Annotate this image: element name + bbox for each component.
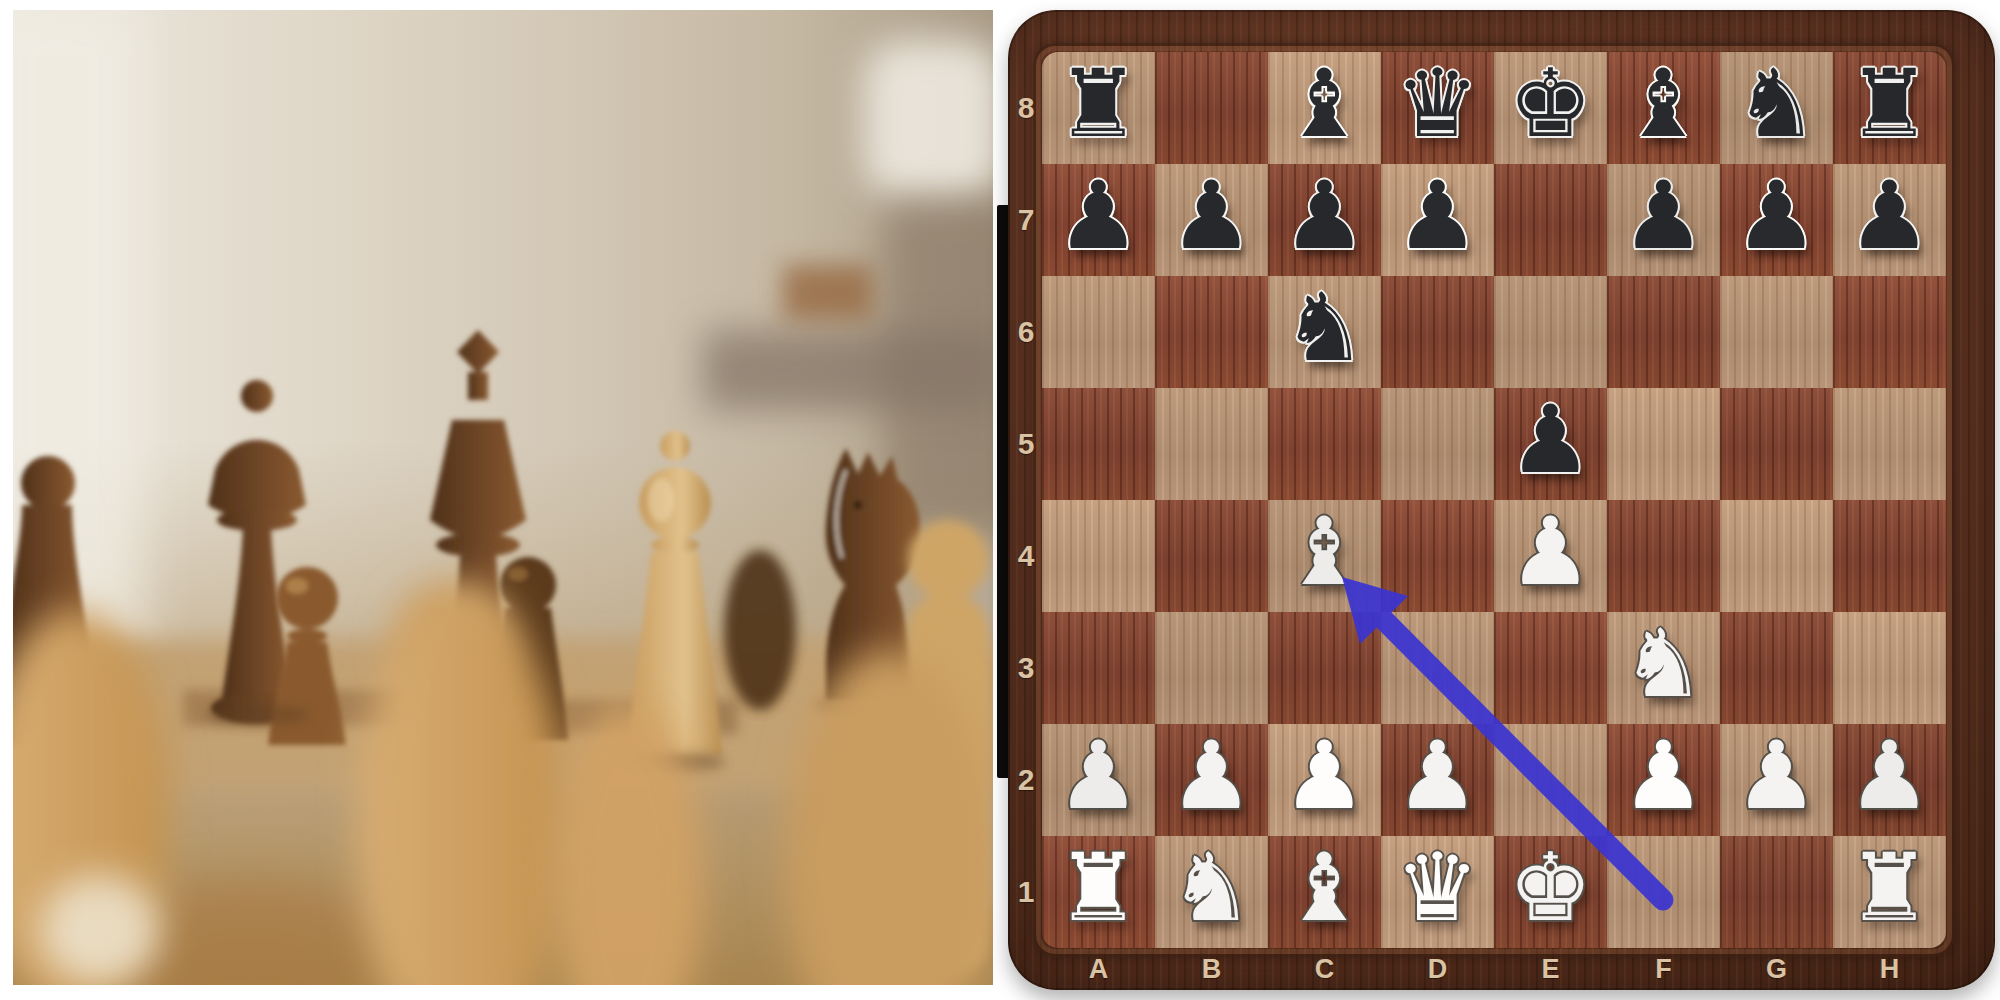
file-label-h: H bbox=[1833, 954, 1946, 984]
piece-white-bishop: ♝ bbox=[1268, 500, 1381, 612]
piece-black-pawn: ♟ bbox=[1833, 164, 1946, 276]
piece-white-knight: ♞ bbox=[1155, 836, 1268, 948]
piece-white-pawn: ♟ bbox=[1268, 724, 1381, 836]
piece-white-pawn: ♟ bbox=[1381, 724, 1494, 836]
square-f8[interactable]: ♝ bbox=[1607, 52, 1720, 164]
rank-label-5: 5 bbox=[1012, 388, 1040, 500]
square-f4[interactable] bbox=[1607, 500, 1720, 612]
square-h6[interactable] bbox=[1833, 276, 1946, 388]
square-b4[interactable] bbox=[1155, 500, 1268, 612]
square-b2[interactable]: ♟ bbox=[1155, 724, 1268, 836]
square-a4[interactable] bbox=[1042, 500, 1155, 612]
square-c3[interactable] bbox=[1268, 612, 1381, 724]
square-f3[interactable]: ♞ bbox=[1607, 612, 1720, 724]
screenshot: 87654321 ♜♝♛♚♝♞♜♟♟♟♟♟♟♟♞♟♝♟♞♟♟♟♟♟♟♟♜♞♝♛♚… bbox=[0, 0, 2000, 1000]
piece-black-pawn: ♟ bbox=[1155, 164, 1268, 276]
file-label-d: D bbox=[1381, 954, 1494, 984]
square-g1[interactable] bbox=[1720, 836, 1833, 948]
piece-white-king: ♚ bbox=[1494, 836, 1607, 948]
rank-label-7: 7 bbox=[1012, 164, 1040, 276]
square-c6[interactable]: ♞ bbox=[1268, 276, 1381, 388]
piece-black-knight: ♞ bbox=[1268, 276, 1381, 388]
file-label-a: A bbox=[1042, 954, 1155, 984]
rank-label-4: 4 bbox=[1012, 500, 1040, 612]
square-g6[interactable] bbox=[1720, 276, 1833, 388]
piece-white-pawn: ♟ bbox=[1494, 500, 1607, 612]
square-b5[interactable] bbox=[1155, 388, 1268, 500]
square-e3[interactable] bbox=[1494, 612, 1607, 724]
file-label-f: F bbox=[1607, 954, 1720, 984]
square-a6[interactable] bbox=[1042, 276, 1155, 388]
square-g3[interactable] bbox=[1720, 612, 1833, 724]
square-g2[interactable]: ♟ bbox=[1720, 724, 1833, 836]
square-b8[interactable] bbox=[1155, 52, 1268, 164]
rank-label-8: 8 bbox=[1012, 52, 1040, 164]
piece-white-bishop: ♝ bbox=[1268, 836, 1381, 948]
piece-black-bishop: ♝ bbox=[1607, 52, 1720, 164]
piece-white-pawn: ♟ bbox=[1155, 724, 1268, 836]
chess-board: 87654321 ♜♝♛♚♝♞♜♟♟♟♟♟♟♟♞♟♝♟♞♟♟♟♟♟♟♟♜♞♝♛♚… bbox=[1008, 10, 1995, 990]
square-d5[interactable] bbox=[1381, 388, 1494, 500]
file-label-g: G bbox=[1720, 954, 1833, 984]
square-e1[interactable]: ♚ bbox=[1494, 836, 1607, 948]
piece-black-pawn: ♟ bbox=[1268, 164, 1381, 276]
square-c1[interactable]: ♝ bbox=[1268, 836, 1381, 948]
piece-black-king: ♚ bbox=[1494, 52, 1607, 164]
square-h2[interactable]: ♟ bbox=[1833, 724, 1946, 836]
square-h1[interactable]: ♜ bbox=[1833, 836, 1946, 948]
square-d2[interactable]: ♟ bbox=[1381, 724, 1494, 836]
square-a2[interactable]: ♟ bbox=[1042, 724, 1155, 836]
piece-black-bishop: ♝ bbox=[1268, 52, 1381, 164]
file-label-c: C bbox=[1268, 954, 1381, 984]
rank-label-2: 2 bbox=[1012, 724, 1040, 836]
square-b6[interactable] bbox=[1155, 276, 1268, 388]
square-h8[interactable]: ♜ bbox=[1833, 52, 1946, 164]
file-labels: ABCDEFGH bbox=[1042, 954, 1946, 984]
piece-black-rook: ♜ bbox=[1833, 52, 1946, 164]
square-c4[interactable]: ♝ bbox=[1268, 500, 1381, 612]
square-h5[interactable] bbox=[1833, 388, 1946, 500]
piece-white-knight: ♞ bbox=[1607, 612, 1720, 724]
piece-black-pawn: ♟ bbox=[1494, 388, 1607, 500]
chess-photo bbox=[13, 10, 993, 985]
square-d4[interactable] bbox=[1381, 500, 1494, 612]
square-e5[interactable]: ♟ bbox=[1494, 388, 1607, 500]
square-e8[interactable]: ♚ bbox=[1494, 52, 1607, 164]
square-g8[interactable]: ♞ bbox=[1720, 52, 1833, 164]
piece-white-pawn: ♟ bbox=[1607, 724, 1720, 836]
rank-label-6: 6 bbox=[1012, 276, 1040, 388]
square-d8[interactable]: ♛ bbox=[1381, 52, 1494, 164]
piece-white-queen: ♛ bbox=[1381, 836, 1494, 948]
square-c8[interactable]: ♝ bbox=[1268, 52, 1381, 164]
piece-black-pawn: ♟ bbox=[1042, 164, 1155, 276]
square-a7[interactable]: ♟ bbox=[1042, 164, 1155, 276]
piece-black-knight: ♞ bbox=[1720, 52, 1833, 164]
photo-illustration bbox=[13, 10, 993, 985]
square-f2[interactable]: ♟ bbox=[1607, 724, 1720, 836]
piece-black-pawn: ♟ bbox=[1720, 164, 1833, 276]
square-e4[interactable]: ♟ bbox=[1494, 500, 1607, 612]
square-h3[interactable] bbox=[1833, 612, 1946, 724]
piece-black-pawn: ♟ bbox=[1607, 164, 1720, 276]
square-c7[interactable]: ♟ bbox=[1268, 164, 1381, 276]
square-a3[interactable] bbox=[1042, 612, 1155, 724]
square-c2[interactable]: ♟ bbox=[1268, 724, 1381, 836]
square-g7[interactable]: ♟ bbox=[1720, 164, 1833, 276]
rank-label-1: 1 bbox=[1012, 836, 1040, 948]
square-a1[interactable]: ♜ bbox=[1042, 836, 1155, 948]
square-e2[interactable] bbox=[1494, 724, 1607, 836]
piece-white-pawn: ♟ bbox=[1833, 724, 1946, 836]
square-d6[interactable] bbox=[1381, 276, 1494, 388]
square-d1[interactable]: ♛ bbox=[1381, 836, 1494, 948]
rank-label-3: 3 bbox=[1012, 612, 1040, 724]
square-b3[interactable] bbox=[1155, 612, 1268, 724]
square-e7[interactable] bbox=[1494, 164, 1607, 276]
board-grid: ♜♝♛♚♝♞♜♟♟♟♟♟♟♟♞♟♝♟♞♟♟♟♟♟♟♟♜♞♝♛♚♜ bbox=[1042, 52, 1946, 948]
square-f5[interactable] bbox=[1607, 388, 1720, 500]
file-label-e: E bbox=[1494, 954, 1607, 984]
piece-white-rook: ♜ bbox=[1833, 836, 1946, 948]
square-b7[interactable]: ♟ bbox=[1155, 164, 1268, 276]
square-h4[interactable] bbox=[1833, 500, 1946, 612]
piece-black-rook: ♜ bbox=[1042, 52, 1155, 164]
rank-labels: 87654321 bbox=[1012, 52, 1040, 948]
square-a8[interactable]: ♜ bbox=[1042, 52, 1155, 164]
square-a5[interactable] bbox=[1042, 388, 1155, 500]
square-f1[interactable] bbox=[1607, 836, 1720, 948]
square-b1[interactable]: ♞ bbox=[1155, 836, 1268, 948]
square-g4[interactable] bbox=[1720, 500, 1833, 612]
square-g5[interactable] bbox=[1720, 388, 1833, 500]
photo-dark-piece-blur bbox=[724, 550, 796, 710]
square-d7[interactable]: ♟ bbox=[1381, 164, 1494, 276]
square-f6[interactable] bbox=[1607, 276, 1720, 388]
square-e6[interactable] bbox=[1494, 276, 1607, 388]
piece-black-queen: ♛ bbox=[1381, 52, 1494, 164]
square-d3[interactable] bbox=[1381, 612, 1494, 724]
file-label-b: B bbox=[1155, 954, 1268, 984]
piece-white-pawn: ♟ bbox=[1042, 724, 1155, 836]
piece-white-rook: ♜ bbox=[1042, 836, 1155, 948]
square-h7[interactable]: ♟ bbox=[1833, 164, 1946, 276]
square-f7[interactable]: ♟ bbox=[1607, 164, 1720, 276]
square-c5[interactable] bbox=[1268, 388, 1381, 500]
piece-white-pawn: ♟ bbox=[1720, 724, 1833, 836]
piece-black-pawn: ♟ bbox=[1381, 164, 1494, 276]
